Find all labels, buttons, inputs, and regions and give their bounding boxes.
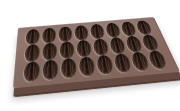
bean-cavity <box>42 60 58 80</box>
bean-cavity <box>60 41 75 59</box>
bean-cavity <box>148 50 169 69</box>
bean-cavity <box>76 40 92 58</box>
bean-cavity <box>42 28 56 44</box>
pit-cell-r1c1[interactable] <box>24 29 41 46</box>
bean-cavity <box>24 44 40 62</box>
bean-cavity <box>25 29 40 45</box>
bean-cavity <box>58 26 72 42</box>
bean-cavity <box>79 56 96 76</box>
bean-cavity <box>90 24 106 39</box>
bean-cavity <box>23 61 40 82</box>
bean-cavity <box>61 58 77 78</box>
pit-cell-r1c2[interactable] <box>41 27 58 43</box>
pit-cell-r3c1[interactable] <box>21 61 40 82</box>
bean-cavity <box>136 20 154 35</box>
pit-grid <box>21 20 170 82</box>
pit-cell-r3c2[interactable] <box>41 59 60 80</box>
pit-cell-r2c1[interactable] <box>23 44 41 63</box>
bean-cavity <box>42 43 57 61</box>
product-photo-background <box>0 0 180 111</box>
board-tray <box>13 17 180 88</box>
bean-cavity <box>74 25 89 41</box>
pit-cell-r2c2[interactable] <box>41 42 59 61</box>
pit-cell-r1c3[interactable] <box>57 26 75 42</box>
bean-cavity <box>141 34 160 51</box>
